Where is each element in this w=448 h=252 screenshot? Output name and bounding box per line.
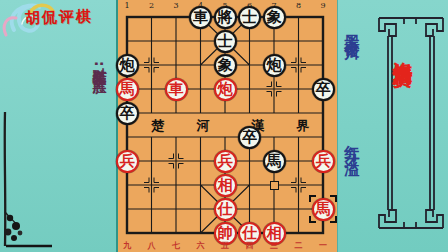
game-result-text: 对弈结果:黑胜 <box>91 57 109 167</box>
piece-black-pawn[interactable]: 卒 <box>116 102 139 125</box>
piece-red-elephant[interactable]: 相 <box>214 174 237 197</box>
board-panel: 123456789 楚 河 漢 界 車將士象士炮象炮馬車炮卒卒卒兵兵馬兵相仕馬帥… <box>116 0 338 252</box>
left-panel: 胡侃评棋 对弈结果:黑胜 <box>0 0 116 252</box>
piece-black-elephant[interactable]: 象 <box>214 54 237 77</box>
scroll-frame-icon <box>376 5 446 239</box>
piece-red-pawn[interactable]: 兵 <box>312 150 335 173</box>
piece-black-chariot[interactable]: 車 <box>189 6 212 29</box>
piece-black-elephant[interactable]: 象 <box>263 6 286 29</box>
series-banner-text: 许银川名局赏析 <box>395 46 417 53</box>
piece-grid: 車將士象士炮象炮馬車炮卒卒卒兵兵馬兵相仕馬帥仕相 <box>115 5 336 245</box>
piece-black-advisor[interactable]: 士 <box>214 30 237 53</box>
piece-red-pawn[interactable]: 兵 <box>214 150 237 173</box>
piece-red-pawn[interactable]: 兵 <box>116 150 139 173</box>
piece-red-general[interactable]: 帥 <box>214 222 237 245</box>
piece-black-pawn[interactable]: 卒 <box>238 126 261 149</box>
piece-black-advisor[interactable]: 士 <box>238 6 261 29</box>
piece-black-general[interactable]: 將 <box>214 6 237 29</box>
channel-logo: 胡侃评棋 <box>25 7 93 28</box>
piece-red-elephant[interactable]: 相 <box>263 222 286 245</box>
piece-red-advisor[interactable]: 仕 <box>238 222 261 245</box>
right-panel: 黑方 许银川 红方 才 溢 许银川名局赏析 <box>338 0 448 252</box>
piece-black-cannon[interactable]: 炮 <box>116 54 139 77</box>
piece-black-pawn[interactable]: 卒 <box>312 78 335 101</box>
last-move-highlight <box>309 195 337 223</box>
black-player-label: 黑方 许银川 <box>342 22 361 33</box>
piece-red-chariot[interactable]: 車 <box>165 78 188 101</box>
piece-black-cannon[interactable]: 炮 <box>263 54 286 77</box>
piece-black-horse[interactable]: 馬 <box>263 150 286 173</box>
piece-red-horse[interactable]: 馬 <box>116 78 139 101</box>
piece-red-horse[interactable]: 馬 <box>312 198 335 221</box>
last-move-from-marker <box>270 181 279 190</box>
red-player-label: 红方 才 溢 <box>342 133 361 149</box>
piece-red-cannon[interactable]: 炮 <box>214 78 237 101</box>
ink-branch-icon <box>0 100 60 252</box>
piece-red-advisor[interactable]: 仕 <box>214 198 237 221</box>
